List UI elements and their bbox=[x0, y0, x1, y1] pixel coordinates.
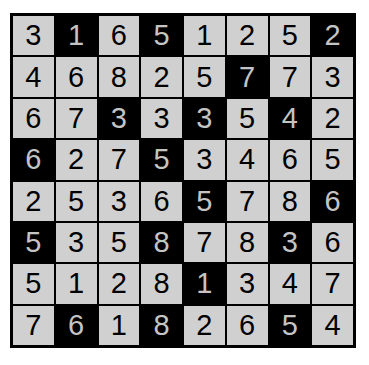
cell-r7c8[interactable]: 7 bbox=[312, 264, 353, 303]
cell-r1c5[interactable]: 1 bbox=[184, 16, 225, 55]
cell-r4c5[interactable]: 3 bbox=[184, 140, 225, 179]
cell-r8c8[interactable]: 4 bbox=[312, 306, 353, 345]
cell-r7c3[interactable]: 2 bbox=[99, 264, 140, 303]
cell-r2c8[interactable]: 3 bbox=[312, 57, 353, 96]
cell-r8c4[interactable]: 8 bbox=[141, 306, 182, 345]
cell-r8c1[interactable]: 7 bbox=[13, 306, 54, 345]
cell-r8c7[interactable]: 5 bbox=[270, 306, 311, 345]
cell-r3c4[interactable]: 3 bbox=[141, 99, 182, 138]
cell-r4c1[interactable]: 6 bbox=[13, 140, 54, 179]
cell-r4c3[interactable]: 7 bbox=[99, 140, 140, 179]
cell-r7c6[interactable]: 3 bbox=[227, 264, 268, 303]
cell-r4c4[interactable]: 5 bbox=[141, 140, 182, 179]
cell-r7c7[interactable]: 4 bbox=[270, 264, 311, 303]
cell-r1c1[interactable]: 3 bbox=[13, 16, 54, 55]
cell-r5c2[interactable]: 5 bbox=[56, 182, 97, 221]
cell-r3c7[interactable]: 4 bbox=[270, 99, 311, 138]
cell-r7c5[interactable]: 1 bbox=[184, 264, 225, 303]
cell-r8c2[interactable]: 6 bbox=[56, 306, 97, 345]
cell-r2c2[interactable]: 6 bbox=[56, 57, 97, 96]
cell-r2c4[interactable]: 2 bbox=[141, 57, 182, 96]
cell-r3c5[interactable]: 3 bbox=[184, 99, 225, 138]
cell-r8c3[interactable]: 1 bbox=[99, 306, 140, 345]
cell-r3c3[interactable]: 3 bbox=[99, 99, 140, 138]
cell-r7c1[interactable]: 5 bbox=[13, 264, 54, 303]
cell-r6c8[interactable]: 6 bbox=[312, 223, 353, 262]
cell-r4c7[interactable]: 6 bbox=[270, 140, 311, 179]
cell-r5c1[interactable]: 2 bbox=[13, 182, 54, 221]
cell-r3c8[interactable]: 2 bbox=[312, 99, 353, 138]
cell-r2c3[interactable]: 8 bbox=[99, 57, 140, 96]
cell-r1c6[interactable]: 2 bbox=[227, 16, 268, 55]
cell-r6c6[interactable]: 8 bbox=[227, 223, 268, 262]
cell-r1c4[interactable]: 5 bbox=[141, 16, 182, 55]
cell-r1c7[interactable]: 5 bbox=[270, 16, 311, 55]
cell-r4c2[interactable]: 2 bbox=[56, 140, 97, 179]
cell-r6c3[interactable]: 5 bbox=[99, 223, 140, 262]
cell-r6c2[interactable]: 3 bbox=[56, 223, 97, 262]
cell-r5c4[interactable]: 6 bbox=[141, 182, 182, 221]
cell-r3c6[interactable]: 5 bbox=[227, 99, 268, 138]
cell-r2c6[interactable]: 7 bbox=[227, 57, 268, 96]
cell-r6c4[interactable]: 8 bbox=[141, 223, 182, 262]
cell-r2c7[interactable]: 7 bbox=[270, 57, 311, 96]
hitori-board: 3165125246825773673335426275346525365786… bbox=[10, 13, 356, 348]
cell-r4c6[interactable]: 4 bbox=[227, 140, 268, 179]
cell-r2c5[interactable]: 5 bbox=[184, 57, 225, 96]
cell-r2c1[interactable]: 4 bbox=[13, 57, 54, 96]
cell-r7c2[interactable]: 1 bbox=[56, 264, 97, 303]
cell-r6c7[interactable]: 3 bbox=[270, 223, 311, 262]
cell-r6c1[interactable]: 5 bbox=[13, 223, 54, 262]
cell-r7c4[interactable]: 8 bbox=[141, 264, 182, 303]
cell-r8c6[interactable]: 6 bbox=[227, 306, 268, 345]
cell-r3c1[interactable]: 6 bbox=[13, 99, 54, 138]
cell-r1c3[interactable]: 6 bbox=[99, 16, 140, 55]
cell-r3c2[interactable]: 7 bbox=[56, 99, 97, 138]
hitori-puzzle: 3165125246825773673335426275346525365786… bbox=[10, 13, 356, 348]
cell-r5c3[interactable]: 3 bbox=[99, 182, 140, 221]
cell-r1c8[interactable]: 2 bbox=[312, 16, 353, 55]
cell-r5c5[interactable]: 5 bbox=[184, 182, 225, 221]
cell-r5c8[interactable]: 6 bbox=[312, 182, 353, 221]
cell-r6c5[interactable]: 7 bbox=[184, 223, 225, 262]
cell-r8c5[interactable]: 2 bbox=[184, 306, 225, 345]
cell-r4c8[interactable]: 5 bbox=[312, 140, 353, 179]
cell-r1c2[interactable]: 1 bbox=[56, 16, 97, 55]
cell-r5c6[interactable]: 7 bbox=[227, 182, 268, 221]
cell-r5c7[interactable]: 8 bbox=[270, 182, 311, 221]
